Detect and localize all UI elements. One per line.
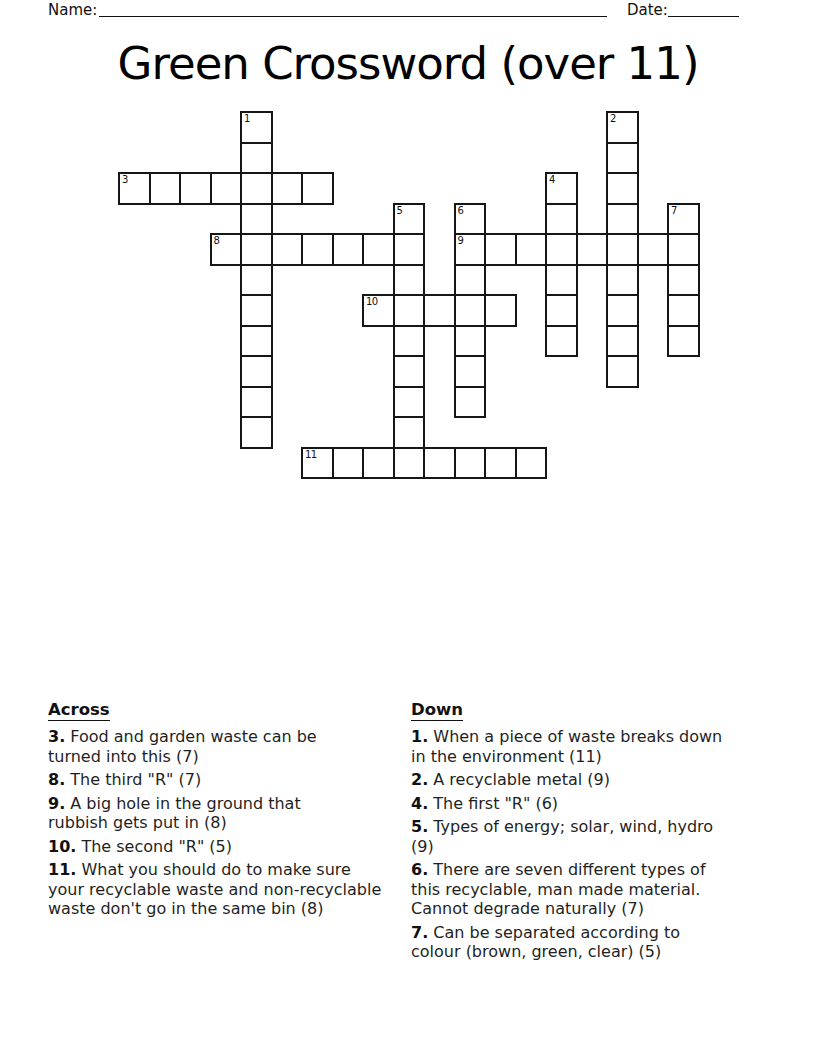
grid-cell[interactable] — [606, 233, 639, 266]
cell-number: 7 — [671, 205, 677, 216]
grid-cell[interactable] — [271, 233, 304, 266]
grid-cell[interactable] — [240, 233, 273, 266]
clue-number: 9. — [48, 794, 65, 813]
clue: 5. Types of energy; solar, wind, hydro(9… — [411, 817, 767, 856]
grid-cell[interactable] — [149, 172, 182, 205]
grid-cell[interactable] — [515, 447, 548, 480]
cell-number: 10 — [366, 296, 378, 307]
grid-cell[interactable] — [545, 264, 578, 297]
grid-cell[interactable] — [484, 233, 517, 266]
grid-cell[interactable] — [240, 416, 273, 449]
grid-cell[interactable] — [393, 233, 426, 266]
grid-cell[interactable]: 1 — [240, 111, 273, 144]
grid-cell[interactable] — [210, 172, 243, 205]
grid-cell[interactable] — [576, 233, 609, 266]
date-label: Date: — [627, 1, 668, 19]
cell-number: 6 — [458, 205, 464, 216]
grid-cell[interactable] — [301, 233, 334, 266]
grid-cell[interactable]: 9 — [454, 233, 487, 266]
clue: 6. There are seven different types ofthi… — [411, 860, 767, 919]
across-clues-column: Across 3. Food and garden waste can betu… — [48, 700, 416, 923]
clue: 9. A big hole in the ground thatrubbish … — [48, 794, 416, 833]
grid-cell[interactable] — [362, 233, 395, 266]
cell-number: 9 — [458, 235, 464, 246]
grid-cell[interactable] — [393, 294, 426, 327]
clue-number: 1. — [411, 727, 428, 746]
grid-cell[interactable] — [423, 447, 456, 480]
clue-number: 8. — [48, 770, 65, 789]
grid-cell[interactable] — [667, 325, 700, 358]
grid-cell[interactable] — [240, 355, 273, 388]
grid-cell[interactable] — [637, 233, 670, 266]
down-clues: 1. When a piece of waste breaks downin t… — [411, 727, 767, 962]
across-clues: 3. Food and garden waste can beturned in… — [48, 727, 416, 919]
grid-cell[interactable] — [606, 142, 639, 175]
clue-number: 11. — [48, 860, 76, 879]
grid-cell[interactable] — [393, 325, 426, 358]
grid-cell[interactable] — [271, 172, 304, 205]
grid-cell[interactable]: 2 — [606, 111, 639, 144]
grid-cell[interactable] — [606, 264, 639, 297]
date-blank-line — [668, 1, 739, 17]
grid-cell[interactable]: 10 — [362, 294, 395, 327]
grid-cell[interactable] — [240, 294, 273, 327]
grid-cell[interactable] — [393, 386, 426, 419]
clue: 11. What you should do to make sureyour … — [48, 860, 416, 919]
clue-number: 4. — [411, 794, 428, 813]
grid-cell[interactable] — [240, 203, 273, 236]
grid-cell[interactable] — [393, 264, 426, 297]
grid-cell[interactable]: 7 — [667, 203, 700, 236]
clue: 3. Food and garden waste can beturned in… — [48, 727, 416, 766]
grid-cell[interactable] — [454, 325, 487, 358]
grid-cell[interactable]: 3 — [118, 172, 151, 205]
grid-cell[interactable] — [545, 294, 578, 327]
grid-cell[interactable] — [545, 233, 578, 266]
clue: 10. The second "R" (5) — [48, 837, 416, 857]
grid-cell[interactable] — [484, 294, 517, 327]
grid-cell[interactable] — [454, 355, 487, 388]
grid-cell[interactable] — [545, 203, 578, 236]
clue: 4. The first "R" (6) — [411, 794, 767, 814]
grid-cell[interactable] — [606, 294, 639, 327]
grid-cell[interactable] — [240, 325, 273, 358]
grid-cell[interactable] — [606, 325, 639, 358]
grid-cell[interactable] — [332, 447, 365, 480]
cell-number: 3 — [122, 174, 128, 185]
grid-cell[interactable] — [545, 325, 578, 358]
name-label: Name: — [48, 1, 97, 19]
grid-cell[interactable]: 6 — [454, 203, 487, 236]
clue-number: 6. — [411, 860, 428, 879]
cell-number: 2 — [610, 113, 616, 124]
clue: 1. When a piece of waste breaks downin t… — [411, 727, 767, 766]
clue-number: 5. — [411, 817, 428, 836]
grid-cell[interactable] — [606, 172, 639, 205]
grid-cell[interactable] — [240, 386, 273, 419]
clue: 2. A recyclable metal (9) — [411, 770, 767, 790]
cell-number: 1 — [244, 113, 250, 124]
grid-cell[interactable] — [667, 233, 700, 266]
page-title: Green Crossword (over 11) — [0, 36, 816, 92]
grid-cell[interactable] — [332, 233, 365, 266]
cell-number: 4 — [549, 174, 555, 185]
down-header: Down — [411, 700, 767, 721]
clue-number: 7. — [411, 923, 428, 942]
crossword-grid: 1234567891011 — [118, 111, 700, 479]
grid-cell[interactable] — [393, 416, 426, 449]
clue: 8. The third "R" (7) — [48, 770, 416, 790]
grid-cell[interactable] — [179, 172, 212, 205]
grid-cell[interactable] — [393, 355, 426, 388]
grid-cell[interactable]: 8 — [210, 233, 243, 266]
grid-cell[interactable]: 5 — [393, 203, 426, 236]
clue-number: 10. — [48, 837, 76, 856]
grid-cell[interactable] — [484, 447, 517, 480]
cell-number: 5 — [397, 205, 403, 216]
clue-number: 3. — [48, 727, 65, 746]
grid-cell[interactable] — [454, 386, 487, 419]
grid-cell[interactable] — [454, 264, 487, 297]
clue: 7. Can be separated according tocolour (… — [411, 923, 767, 962]
grid-cell[interactable] — [667, 264, 700, 297]
worksheet-page: Name: Date: Green Crossword (over 11) 12… — [0, 0, 816, 1056]
name-blank-line — [99, 1, 607, 17]
grid-cell[interactable] — [454, 294, 487, 327]
down-clues-column: Down 1. When a piece of waste breaks dow… — [411, 700, 767, 966]
grid-cell[interactable] — [606, 203, 639, 236]
clue-number: 2. — [411, 770, 428, 789]
grid-cell[interactable] — [667, 294, 700, 327]
grid-cell[interactable] — [423, 294, 456, 327]
grid-cell[interactable] — [362, 447, 395, 480]
grid-cell[interactable]: 4 — [545, 172, 578, 205]
grid-cell[interactable] — [301, 172, 334, 205]
grid-cell[interactable] — [240, 172, 273, 205]
grid-cell[interactable] — [515, 233, 548, 266]
grid-cell[interactable] — [606, 355, 639, 388]
cell-number: 8 — [214, 235, 220, 246]
grid-cell[interactable]: 11 — [301, 447, 334, 480]
grid-cell[interactable] — [393, 447, 426, 480]
grid-cell[interactable] — [454, 447, 487, 480]
cell-number: 11 — [305, 449, 317, 460]
grid-cell[interactable] — [240, 142, 273, 175]
grid-cell[interactable] — [240, 264, 273, 297]
across-header: Across — [48, 700, 416, 721]
